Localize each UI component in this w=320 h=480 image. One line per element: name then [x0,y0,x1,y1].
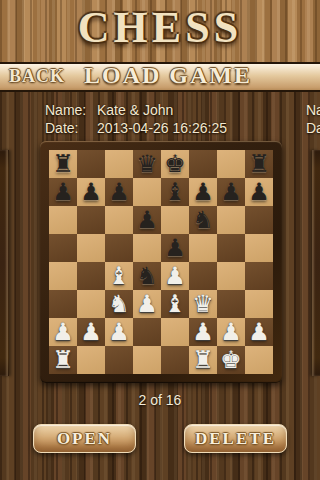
piece-black-pawn: ♟ [133,206,161,234]
square-g4 [217,262,245,290]
delete-button[interactable]: DELETE [184,424,287,453]
piece-black-rook: ♜ [245,150,273,178]
square-d3: ♟ [133,290,161,318]
square-g5 [217,234,245,262]
square-a2: ♟ [49,318,77,346]
square-d8: ♛ [133,150,161,178]
piece-black-pawn: ♟ [217,178,245,206]
square-d1 [133,346,161,374]
saved-game-name-row: Name: Kate & John [45,102,173,118]
date-value: 2013-04-26 16:26:25 [97,120,227,136]
square-h2: ♟ [245,318,273,346]
square-e2 [161,318,189,346]
square-b4 [77,262,105,290]
square-b7: ♟ [77,178,105,206]
piece-black-bishop: ♝ [161,178,189,206]
piece-white-rook: ♜ [189,346,217,374]
load-game-screen: CHESS BACK LOAD GAME Name: Kate & John D… [0,0,320,480]
piece-black-knight: ♞ [189,206,217,234]
piece-white-bishop: ♝ [105,262,133,290]
page-title: LOAD GAME [84,62,252,89]
square-e4: ♟ [161,262,189,290]
piece-white-pawn: ♟ [217,318,245,346]
square-h7: ♟ [245,178,273,206]
square-e8: ♚ [161,150,189,178]
square-h6 [245,206,273,234]
open-button[interactable]: OPEN [33,424,136,453]
square-f1: ♜ [189,346,217,374]
square-e3: ♝ [161,290,189,318]
square-e5: ♟ [161,234,189,262]
name-value: Kate & John [97,102,173,118]
next-card-name-label-partial: Na [306,102,320,118]
piece-black-pawn: ♟ [245,178,273,206]
next-card-date-label-partial: Da [306,120,320,136]
square-g3 [217,290,245,318]
square-b5 [77,234,105,262]
previous-card-board-edge[interactable] [0,150,9,376]
square-g7: ♟ [217,178,245,206]
piece-white-pawn: ♟ [161,262,189,290]
square-a6 [49,206,77,234]
square-h4 [245,262,273,290]
board-frame[interactable]: ♜♛♚♜♟♟♟♝♟♟♟♟♞♟♝♞♟♞♟♝♛♟♟♟♟♟♟♜♜♚ [40,141,282,383]
square-f2: ♟ [189,318,217,346]
square-a5 [49,234,77,262]
square-d5 [133,234,161,262]
square-f6: ♞ [189,206,217,234]
piece-white-queen: ♛ [189,290,217,318]
piece-black-pawn: ♟ [161,234,189,262]
app-title: CHESS [0,2,320,53]
square-c3: ♞ [105,290,133,318]
square-c2: ♟ [105,318,133,346]
square-g6 [217,206,245,234]
square-h3 [245,290,273,318]
piece-black-pawn: ♟ [49,178,77,206]
piece-white-king: ♚ [217,346,245,374]
square-g2: ♟ [217,318,245,346]
name-label: Name: [45,102,97,118]
square-f8 [189,150,217,178]
piece-white-rook: ♜ [49,346,77,374]
square-a4 [49,262,77,290]
square-f4 [189,262,217,290]
square-c7: ♟ [105,178,133,206]
square-a7: ♟ [49,178,77,206]
square-a8: ♜ [49,150,77,178]
square-f3: ♛ [189,290,217,318]
piece-black-pawn: ♟ [189,178,217,206]
app-header: CHESS [0,0,320,62]
square-c5 [105,234,133,262]
piece-black-queen: ♛ [133,150,161,178]
square-e1 [161,346,189,374]
square-g1: ♚ [217,346,245,374]
page-indicator: 2 of 16 [0,392,320,408]
piece-white-pawn: ♟ [49,318,77,346]
square-b6 [77,206,105,234]
square-b2: ♟ [77,318,105,346]
square-h8: ♜ [245,150,273,178]
piece-black-knight: ♞ [133,262,161,290]
saved-game-date-row: Date: 2013-04-26 16:26:25 [45,120,227,136]
square-h1 [245,346,273,374]
square-b3 [77,290,105,318]
piece-white-pawn: ♟ [105,318,133,346]
piece-white-pawn: ♟ [77,318,105,346]
square-f7: ♟ [189,178,217,206]
square-b1 [77,346,105,374]
square-h5 [245,234,273,262]
piece-white-knight: ♞ [105,290,133,318]
square-d4: ♞ [133,262,161,290]
square-d2 [133,318,161,346]
piece-white-pawn: ♟ [189,318,217,346]
piece-white-pawn: ♟ [245,318,273,346]
chess-board: ♜♛♚♜♟♟♟♝♟♟♟♟♞♟♝♞♟♞♟♝♛♟♟♟♟♟♟♜♜♚ [49,150,273,374]
square-b8 [77,150,105,178]
piece-white-pawn: ♟ [133,290,161,318]
piece-black-pawn: ♟ [77,178,105,206]
square-d7 [133,178,161,206]
piece-black-king: ♚ [161,150,189,178]
piece-white-bishop: ♝ [161,290,189,318]
piece-black-pawn: ♟ [105,178,133,206]
square-c4: ♝ [105,262,133,290]
square-a3 [49,290,77,318]
square-g8 [217,150,245,178]
square-c6 [105,206,133,234]
piece-black-rook: ♜ [49,150,77,178]
square-e7: ♝ [161,178,189,206]
next-card-board-edge[interactable] [312,150,320,376]
square-e6 [161,206,189,234]
square-f5 [189,234,217,262]
date-label: Date: [45,120,97,136]
square-a1: ♜ [49,346,77,374]
square-c8 [105,150,133,178]
navbar: BACK LOAD GAME [0,62,320,92]
square-d6: ♟ [133,206,161,234]
back-button[interactable]: BACK [9,66,65,87]
square-c1 [105,346,133,374]
